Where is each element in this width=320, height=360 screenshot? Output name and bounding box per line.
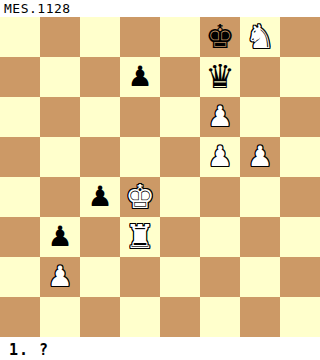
square-g8[interactable]: ♞ [240, 17, 280, 57]
square-h2[interactable] [280, 257, 320, 297]
square-h6[interactable] [280, 97, 320, 137]
square-a3[interactable] [0, 217, 40, 257]
square-f8[interactable]: ♚ [200, 17, 240, 57]
square-e5[interactable] [160, 137, 200, 177]
square-a1[interactable] [0, 297, 40, 337]
square-c5[interactable] [80, 137, 120, 177]
square-f5[interactable]: ♟ [200, 137, 240, 177]
move-prompt: 1. ? [0, 337, 320, 360]
piece-black-pawn: ♟ [47, 217, 72, 257]
square-f6[interactable]: ♟ [200, 97, 240, 137]
square-b8[interactable] [40, 17, 80, 57]
square-h4[interactable] [280, 177, 320, 217]
square-d5[interactable] [120, 137, 160, 177]
square-a4[interactable] [0, 177, 40, 217]
square-d3[interactable]: ♜ [120, 217, 160, 257]
square-b2[interactable]: ♟ [40, 257, 80, 297]
square-f1[interactable] [200, 297, 240, 337]
piece-white-knight: ♞ [245, 17, 275, 57]
square-a5[interactable] [0, 137, 40, 177]
piece-white-pawn: ♟ [207, 97, 232, 137]
square-b7[interactable] [40, 57, 80, 97]
square-f7[interactable]: ♛ [200, 57, 240, 97]
square-e7[interactable] [160, 57, 200, 97]
square-e3[interactable] [160, 217, 200, 257]
square-e1[interactable] [160, 297, 200, 337]
piece-black-pawn: ♟ [127, 57, 152, 97]
piece-white-rook: ♜ [125, 217, 155, 257]
square-f3[interactable] [200, 217, 240, 257]
square-b1[interactable] [40, 297, 80, 337]
square-f2[interactable] [200, 257, 240, 297]
square-e6[interactable] [160, 97, 200, 137]
square-d7[interactable]: ♟ [120, 57, 160, 97]
square-b3[interactable]: ♟ [40, 217, 80, 257]
square-f4[interactable] [200, 177, 240, 217]
square-d8[interactable] [120, 17, 160, 57]
piece-black-king: ♚ [205, 17, 235, 57]
diagram-title: MES.1128 [0, 0, 320, 17]
square-d4[interactable]: ♚ [120, 177, 160, 217]
piece-white-king: ♚ [125, 177, 155, 217]
square-g4[interactable] [240, 177, 280, 217]
square-h1[interactable] [280, 297, 320, 337]
piece-white-pawn: ♟ [207, 137, 232, 177]
square-e8[interactable] [160, 17, 200, 57]
square-g1[interactable] [240, 297, 280, 337]
square-e4[interactable] [160, 177, 200, 217]
square-h8[interactable] [280, 17, 320, 57]
square-b6[interactable] [40, 97, 80, 137]
square-a7[interactable] [0, 57, 40, 97]
piece-white-pawn: ♟ [247, 137, 272, 177]
chess-board: ♚♞♟♛♟♟♟♟♚♟♜♟ [0, 17, 320, 337]
diagram: MES.1128 ♚♞♟♛♟♟♟♟♚♟♜♟ 1. ? [0, 0, 320, 360]
square-d1[interactable] [120, 297, 160, 337]
piece-black-pawn: ♟ [87, 177, 112, 217]
square-c3[interactable] [80, 217, 120, 257]
square-d6[interactable] [120, 97, 160, 137]
square-c1[interactable] [80, 297, 120, 337]
piece-white-pawn: ♟ [47, 257, 72, 297]
square-a6[interactable] [0, 97, 40, 137]
square-c8[interactable] [80, 17, 120, 57]
square-g6[interactable] [240, 97, 280, 137]
square-g7[interactable] [240, 57, 280, 97]
square-c7[interactable] [80, 57, 120, 97]
square-h5[interactable] [280, 137, 320, 177]
square-h7[interactable] [280, 57, 320, 97]
square-e2[interactable] [160, 257, 200, 297]
square-g3[interactable] [240, 217, 280, 257]
square-h3[interactable] [280, 217, 320, 257]
square-g5[interactable]: ♟ [240, 137, 280, 177]
square-a8[interactable] [0, 17, 40, 57]
square-b4[interactable] [40, 177, 80, 217]
square-c6[interactable] [80, 97, 120, 137]
square-g2[interactable] [240, 257, 280, 297]
piece-black-queen: ♛ [205, 57, 235, 97]
square-d2[interactable] [120, 257, 160, 297]
square-c4[interactable]: ♟ [80, 177, 120, 217]
square-a2[interactable] [0, 257, 40, 297]
square-c2[interactable] [80, 257, 120, 297]
square-b5[interactable] [40, 137, 80, 177]
